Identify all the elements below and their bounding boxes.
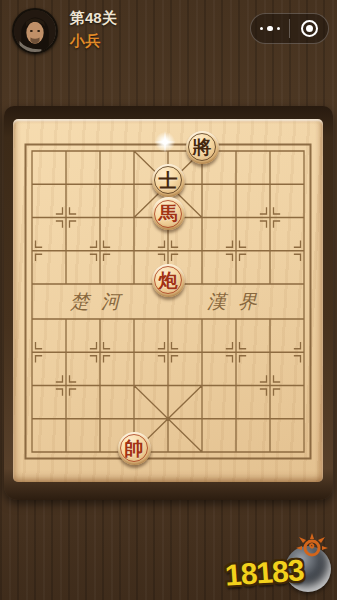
piece-red-general[interactable]: 帥: [118, 432, 151, 465]
level-label: 第48关: [70, 10, 117, 25]
engraved-ring: [154, 166, 182, 194]
engraved-ring: [154, 266, 182, 294]
sphere-graphic: [285, 546, 331, 592]
top-bar: 第48关 小兵: [0, 0, 337, 60]
piece-black-general[interactable]: 將: [186, 131, 219, 164]
player-name: 小兵: [70, 33, 117, 48]
player-avatar: [12, 8, 58, 54]
piece-grid: 將士馬炮帥: [15, 134, 321, 468]
target-circle-icon: [301, 20, 318, 37]
wechat-capsule: [250, 13, 329, 44]
engraved-ring: [188, 133, 216, 161]
three-dots-icon: [260, 26, 281, 32]
engraved-ring: [154, 200, 182, 228]
sun-icon: [295, 530, 329, 560]
portrait-image: [14, 10, 56, 52]
watermark-text: 18183: [224, 553, 305, 592]
xiangqi-board[interactable]: 楚河 漢界 將士馬炮帥: [13, 119, 323, 482]
bottom-bar: 锦 15 求助 18183: [0, 500, 337, 600]
piece-red-cannon[interactable]: 炮: [152, 264, 185, 297]
engraved-ring: [120, 434, 148, 462]
xiangqi-app-page: { "game": "xiangqi", "position": { "fen"…: [0, 0, 337, 600]
piece-black-advisor[interactable]: 士: [152, 164, 185, 197]
exit-button[interactable]: [290, 14, 328, 43]
more-button[interactable]: [251, 14, 289, 43]
18183-watermark: 18183: [223, 532, 335, 600]
sparkle-effect: [154, 131, 176, 153]
piece-red-horse[interactable]: 馬: [152, 197, 185, 230]
board-frame: 楚河 漢界 將士馬炮帥: [4, 106, 333, 500]
